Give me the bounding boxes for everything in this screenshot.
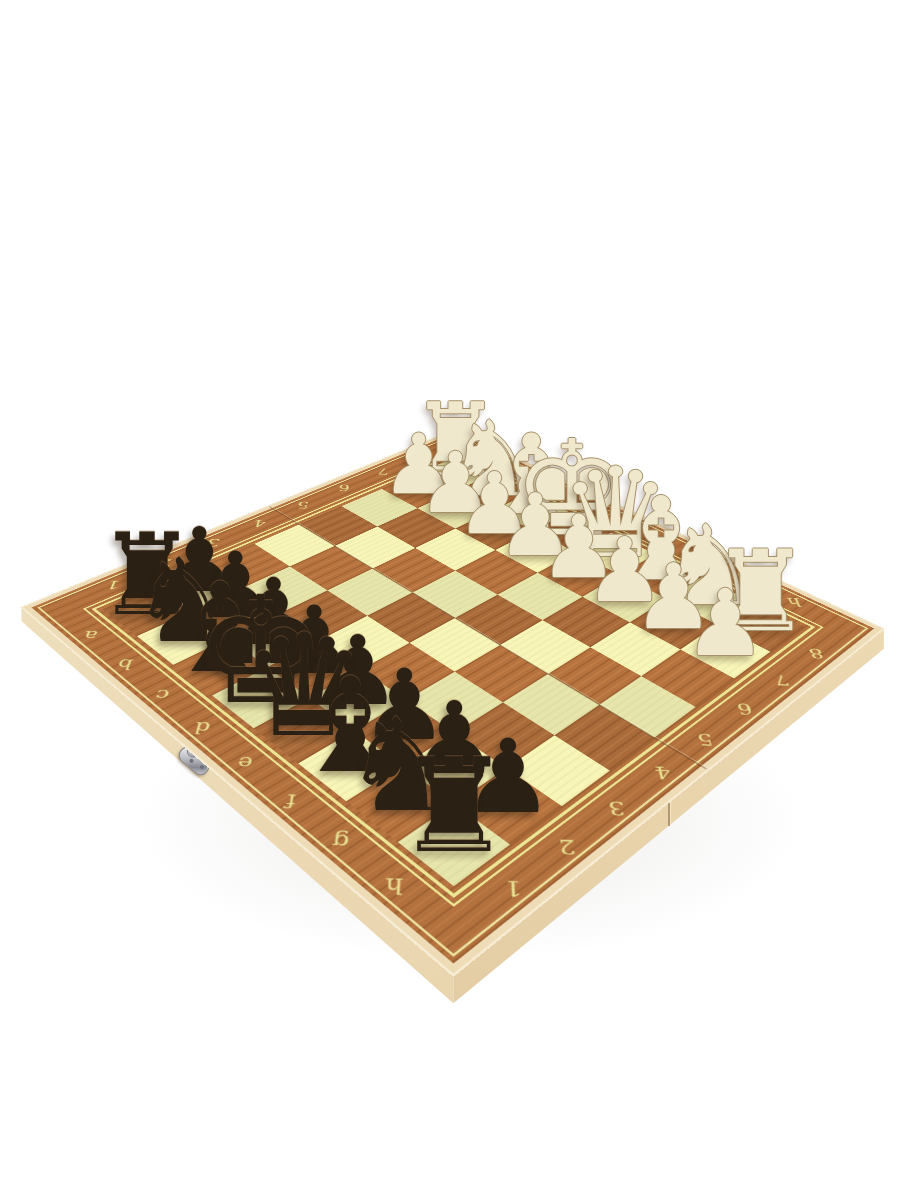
- rank-label-6-far: 6: [338, 483, 351, 493]
- file-label-a-far: a: [486, 453, 496, 462]
- rank-label-8-far: 8: [414, 451, 425, 460]
- file-label-d-far: d: [601, 508, 615, 519]
- board-grid: [103, 457, 804, 886]
- rank-label-2-near: 2: [557, 835, 576, 858]
- corner-marker-a8: [455, 428, 457, 429]
- file-label-g-near: g: [331, 830, 351, 853]
- file-label-c-far: c: [561, 489, 572, 499]
- corner-marker-h8: [882, 628, 885, 630]
- rank-label-7-far: 7: [377, 467, 389, 477]
- file-label-b-far: b: [522, 470, 534, 480]
- corner-marker-a1: [20, 606, 23, 608]
- rank-label-3-near: 3: [607, 797, 627, 818]
- rank-label-1-near: 1: [504, 876, 523, 901]
- rank-label-5-far: 5: [296, 500, 310, 511]
- product-photo-scene: 1122334455667788aabbccddeeffgghh ♜♞♝♚♛♝♞…: [0, 0, 900, 1200]
- file-label-h-near: h: [384, 873, 404, 898]
- board-tilt-wrapper: 1122334455667788aabbccddeeffgghh: [139, 302, 772, 935]
